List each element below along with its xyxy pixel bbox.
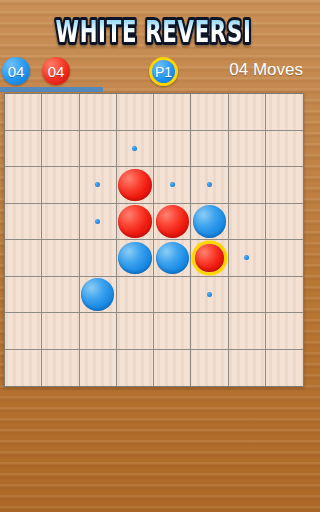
board-cell[interactable] — [266, 350, 303, 387]
board-cell[interactable] — [80, 240, 117, 277]
board-cell[interactable] — [80, 131, 117, 168]
board-cell[interactable] — [229, 167, 266, 204]
move-hint-dot[interactable] — [95, 219, 100, 224]
board-cell[interactable] — [266, 94, 303, 131]
red-score-value: 04 — [48, 64, 65, 79]
board-cell[interactable] — [154, 240, 191, 277]
board-cell[interactable] — [266, 240, 303, 277]
board-cell[interactable] — [229, 350, 266, 387]
board-cell[interactable] — [5, 313, 42, 350]
board-cell[interactable] — [117, 131, 154, 168]
board-cell[interactable] — [191, 240, 228, 277]
board-cell[interactable] — [191, 204, 228, 241]
red-disc — [118, 205, 151, 238]
blue-disc — [81, 278, 114, 311]
app-title: WHITE REVERSI — [0, 4, 307, 56]
board-cell[interactable] — [191, 277, 228, 314]
board-cell[interactable] — [42, 94, 79, 131]
board-cell[interactable] — [229, 131, 266, 168]
board-cell[interactable] — [42, 277, 79, 314]
board-cell[interactable] — [42, 204, 79, 241]
board-cell[interactable] — [117, 94, 154, 131]
board-cell[interactable] — [80, 204, 117, 241]
red-disc-last-move — [195, 244, 223, 272]
board-cell[interactable] — [266, 204, 303, 241]
board — [4, 93, 304, 387]
board-cell[interactable] — [229, 240, 266, 277]
board-cell[interactable] — [154, 277, 191, 314]
board-cell[interactable] — [5, 94, 42, 131]
board-cell[interactable] — [154, 204, 191, 241]
board-cell[interactable] — [191, 350, 228, 387]
board-cell[interactable] — [117, 240, 154, 277]
board-cell[interactable] — [42, 167, 79, 204]
board-cell[interactable] — [117, 350, 154, 387]
board-cell[interactable] — [191, 94, 228, 131]
board-cell[interactable] — [154, 350, 191, 387]
move-hint-dot[interactable] — [244, 255, 249, 260]
moves-counter: 04 Moves — [229, 60, 303, 80]
board-cell[interactable] — [5, 131, 42, 168]
board-cell[interactable] — [80, 167, 117, 204]
board-cell[interactable] — [266, 167, 303, 204]
board-cell[interactable] — [117, 277, 154, 314]
blue-disc — [193, 205, 226, 238]
board-cell[interactable] — [117, 313, 154, 350]
move-hint-dot[interactable] — [170, 182, 175, 187]
board-cell[interactable] — [80, 277, 117, 314]
red-disc — [156, 205, 189, 238]
board-cell[interactable] — [229, 277, 266, 314]
board-cell[interactable] — [266, 277, 303, 314]
board-cell[interactable] — [80, 94, 117, 131]
current-player-label: P1 — [155, 65, 172, 79]
board-cell[interactable] — [80, 313, 117, 350]
move-hint-dot[interactable] — [132, 146, 137, 151]
board-cell[interactable] — [266, 131, 303, 168]
red-score-badge: 04 — [42, 57, 70, 85]
board-cell[interactable] — [154, 131, 191, 168]
board-cell[interactable] — [191, 313, 228, 350]
app-title-text: WHITE REVERSI — [56, 13, 252, 49]
board-cell[interactable] — [5, 167, 42, 204]
blue-disc — [118, 242, 151, 275]
board-cell[interactable] — [229, 313, 266, 350]
move-hint-dot[interactable] — [95, 182, 100, 187]
move-hint-dot[interactable] — [207, 292, 212, 297]
board-cell[interactable] — [117, 167, 154, 204]
blue-disc — [156, 242, 189, 275]
board-cell[interactable] — [229, 94, 266, 131]
board-cell[interactable] — [191, 167, 228, 204]
board-cell[interactable] — [5, 204, 42, 241]
timer-track — [0, 87, 307, 92]
board-cell[interactable] — [154, 94, 191, 131]
board-cell[interactable] — [154, 167, 191, 204]
board-cell[interactable] — [154, 313, 191, 350]
board-cell[interactable] — [191, 131, 228, 168]
timer-bar — [0, 87, 103, 92]
board-cell[interactable] — [42, 131, 79, 168]
board-cell[interactable] — [42, 350, 79, 387]
board-cell[interactable] — [42, 240, 79, 277]
move-hint-dot[interactable] — [207, 182, 212, 187]
board-cell[interactable] — [266, 313, 303, 350]
board-cell[interactable] — [117, 204, 154, 241]
scorebar: 04 04 P1 04 Moves — [0, 57, 307, 87]
board-cell[interactable] — [5, 240, 42, 277]
board-cell[interactable] — [5, 350, 42, 387]
board-cell[interactable] — [5, 277, 42, 314]
board-cell[interactable] — [80, 350, 117, 387]
blue-score-badge: 04 — [2, 57, 30, 85]
board-cell[interactable] — [229, 204, 266, 241]
current-player-badge: P1 — [149, 57, 178, 86]
board-cell[interactable] — [42, 313, 79, 350]
red-disc — [118, 169, 151, 202]
blue-score-value: 04 — [8, 64, 25, 79]
